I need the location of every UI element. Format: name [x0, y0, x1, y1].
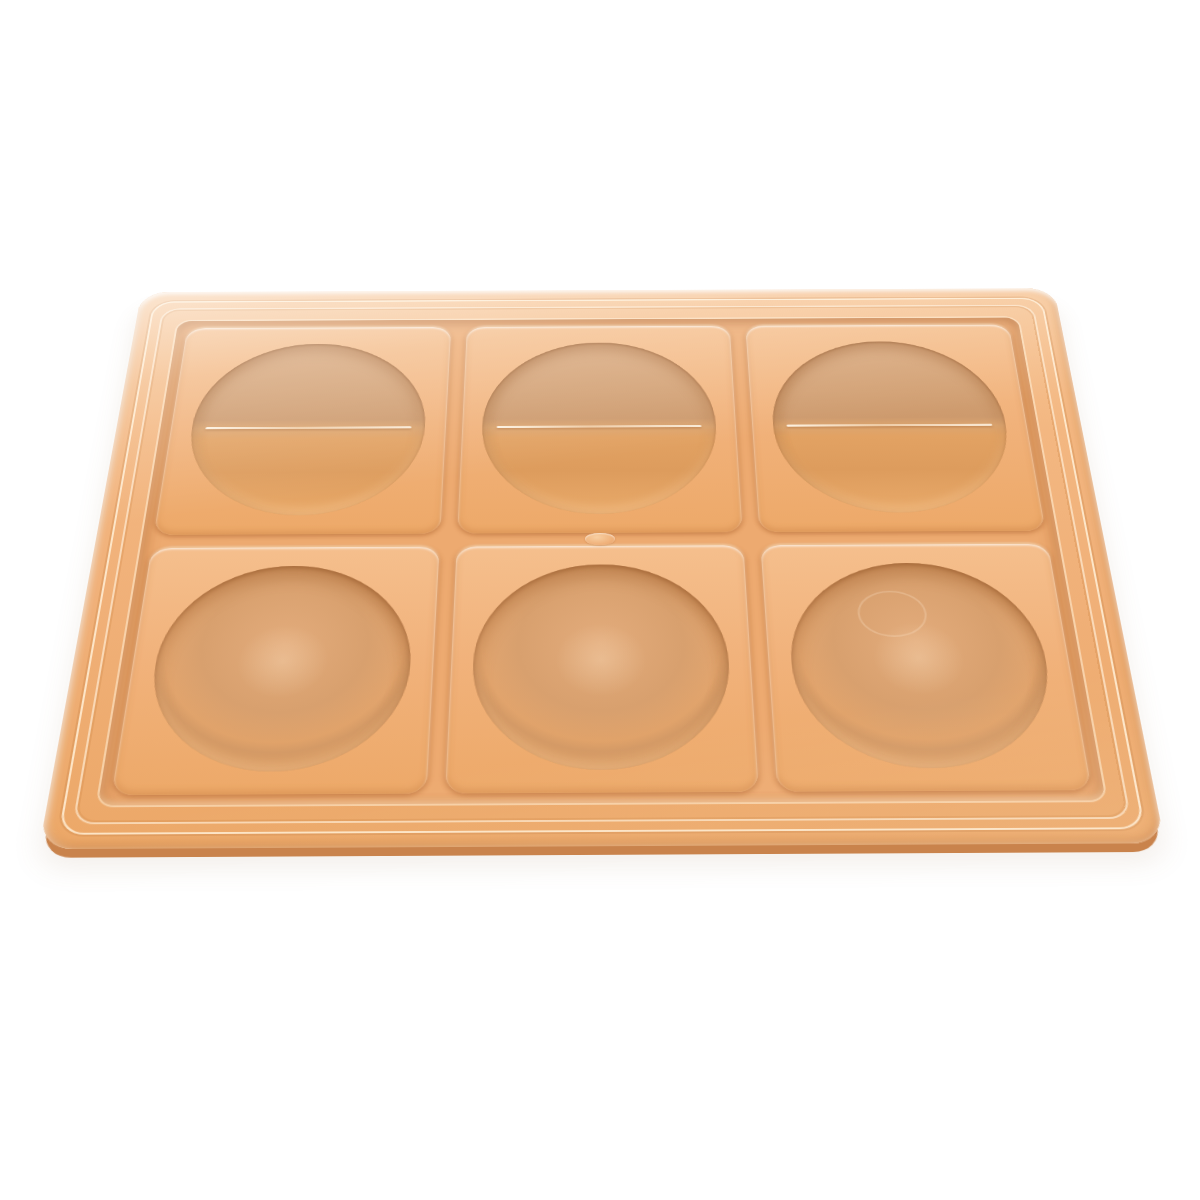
center-sprue-nub: [585, 533, 615, 545]
well-floor-edge: [496, 425, 701, 428]
tray-well-r2c3: [784, 563, 1065, 769]
plastic-tray: [39, 288, 1165, 849]
tray-cell-r2c1: [111, 546, 439, 795]
tray-well-r1c2: [479, 342, 720, 514]
tray-well-r1c3: [767, 341, 1021, 513]
tray-cell-r1c3: [746, 325, 1046, 532]
tray-well-r2c1: [138, 566, 416, 773]
tray-cell-r2c2: [445, 545, 759, 794]
tray-cell-r1c2: [457, 326, 743, 533]
well-floor-edge: [787, 423, 992, 426]
tray-cell-r2c3: [761, 543, 1092, 791]
tray-recessed-field: [98, 318, 1106, 806]
photo-canvas: [0, 0, 1200, 1200]
tray-cell-r1c1: [154, 327, 451, 535]
well-cone-highlight: [233, 625, 333, 699]
tray-well-r1c1: [178, 343, 430, 515]
tray-well-r2c2: [469, 564, 734, 770]
tray-rim: [39, 288, 1165, 849]
tray-grid: [111, 325, 1091, 796]
well-floor-edge: [205, 426, 411, 429]
well-cone-highlight: [555, 623, 648, 697]
